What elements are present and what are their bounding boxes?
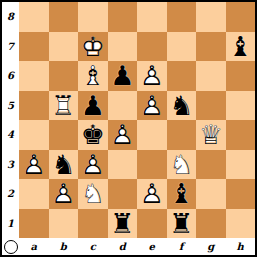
square-f3[interactable]: ♞♘ <box>167 150 197 180</box>
piece-white-pawn-b2: ♟♙ <box>49 179 79 209</box>
piece-black-pawn-c5: ♟ <box>78 91 108 121</box>
square-d7[interactable] <box>108 32 138 62</box>
piece-black-pawn-d6: ♟ <box>108 61 138 91</box>
file-label-e: e <box>137 238 167 255</box>
square-e1[interactable] <box>137 209 167 239</box>
square-b2[interactable]: ♟♙ <box>49 179 79 209</box>
piece-white-bishop-c6: ♝♗ <box>78 61 108 91</box>
square-b6[interactable] <box>49 61 79 91</box>
square-c6[interactable]: ♝♗ <box>78 61 108 91</box>
square-g1[interactable] <box>196 209 226 239</box>
rank-label-1: 1 <box>2 209 19 239</box>
file-label-g: g <box>196 238 226 255</box>
square-f2[interactable]: ♝ <box>167 179 197 209</box>
square-c4[interactable]: ♚ <box>78 120 108 150</box>
chess-diagram: ♚♔♝♝♗♟♟♙♜♖♟♟♙♞♚♟♙♛♕♟♙♞♟♙♞♘♟♙♞♘♟♙♝♜♜ 8765… <box>0 0 257 257</box>
square-b8[interactable] <box>49 2 79 32</box>
file-label-f: f <box>167 238 197 255</box>
square-c7[interactable]: ♚♔ <box>78 32 108 62</box>
square-g3[interactable] <box>196 150 226 180</box>
square-h1[interactable] <box>226 209 256 239</box>
square-h8[interactable] <box>226 2 256 32</box>
square-d2[interactable] <box>108 179 138 209</box>
square-h3[interactable] <box>226 150 256 180</box>
piece-black-bishop-f2: ♝ <box>167 179 197 209</box>
piece-white-pawn-e5: ♟♙ <box>137 91 167 121</box>
piece-white-rook-b5: ♜♖ <box>49 91 79 121</box>
square-h7[interactable]: ♝ <box>226 32 256 62</box>
square-a2[interactable] <box>19 179 49 209</box>
square-b3[interactable]: ♞ <box>49 150 79 180</box>
square-h6[interactable] <box>226 61 256 91</box>
square-e3[interactable] <box>137 150 167 180</box>
square-e7[interactable] <box>137 32 167 62</box>
square-f8[interactable] <box>167 2 197 32</box>
file-label-h: h <box>226 238 256 255</box>
piece-black-king-c4: ♚ <box>78 120 108 150</box>
square-f4[interactable] <box>167 120 197 150</box>
square-e2[interactable]: ♟♙ <box>137 179 167 209</box>
piece-white-pawn-d4: ♟♙ <box>108 120 138 150</box>
square-c8[interactable] <box>78 2 108 32</box>
rank-label-8: 8 <box>2 2 19 32</box>
piece-black-knight-b3: ♞ <box>49 150 79 180</box>
piece-white-pawn-a3: ♟♙ <box>19 150 49 180</box>
square-d3[interactable] <box>108 150 138 180</box>
square-e8[interactable] <box>137 2 167 32</box>
rank-label-6: 6 <box>2 61 19 91</box>
square-g4[interactable]: ♛♕ <box>196 120 226 150</box>
piece-white-pawn-e6: ♟♙ <box>137 61 167 91</box>
square-e5[interactable]: ♟♙ <box>137 91 167 121</box>
square-c3[interactable]: ♟♙ <box>78 150 108 180</box>
square-e6[interactable]: ♟♙ <box>137 61 167 91</box>
square-a6[interactable] <box>19 61 49 91</box>
square-d1[interactable]: ♜ <box>108 209 138 239</box>
rank-label-2: 2 <box>2 179 19 209</box>
square-c5[interactable]: ♟ <box>78 91 108 121</box>
white-to-move-icon <box>4 240 18 254</box>
square-g6[interactable] <box>196 61 226 91</box>
file-label-c: c <box>78 238 108 255</box>
piece-white-king-c7: ♚♔ <box>78 32 108 62</box>
square-d5[interactable] <box>108 91 138 121</box>
square-a3[interactable]: ♟♙ <box>19 150 49 180</box>
square-a4[interactable] <box>19 120 49 150</box>
square-h4[interactable] <box>226 120 256 150</box>
piece-white-queen-g4: ♛♕ <box>196 120 226 150</box>
file-label-d: d <box>108 238 138 255</box>
square-c2[interactable]: ♞♘ <box>78 179 108 209</box>
piece-black-rook-d1: ♜ <box>108 209 138 239</box>
square-g8[interactable] <box>196 2 226 32</box>
square-h5[interactable] <box>226 91 256 121</box>
square-a1[interactable] <box>19 209 49 239</box>
piece-white-pawn-e2: ♟♙ <box>137 179 167 209</box>
file-label-b: b <box>49 238 79 255</box>
square-g7[interactable] <box>196 32 226 62</box>
square-h2[interactable] <box>226 179 256 209</box>
square-a7[interactable] <box>19 32 49 62</box>
piece-white-knight-f3: ♞♘ <box>167 150 197 180</box>
rank-label-7: 7 <box>2 32 19 62</box>
square-f1[interactable]: ♜ <box>167 209 197 239</box>
square-f7[interactable] <box>167 32 197 62</box>
square-e4[interactable] <box>137 120 167 150</box>
square-b1[interactable] <box>49 209 79 239</box>
piece-black-bishop-h7: ♝ <box>226 32 256 62</box>
square-f5[interactable]: ♞ <box>167 91 197 121</box>
piece-white-pawn-c3: ♟♙ <box>78 150 108 180</box>
rank-label-5: 5 <box>2 91 19 121</box>
square-a5[interactable] <box>19 91 49 121</box>
piece-black-rook-f1: ♜ <box>167 209 197 239</box>
chess-board: ♚♔♝♝♗♟♟♙♜♖♟♟♙♞♚♟♙♛♕♟♙♞♟♙♞♘♟♙♞♘♟♙♝♜♜ <box>19 2 255 238</box>
rank-label-3: 3 <box>2 150 19 180</box>
square-g2[interactable] <box>196 179 226 209</box>
square-d6[interactable]: ♟ <box>108 61 138 91</box>
square-b4[interactable] <box>49 120 79 150</box>
piece-white-knight-c2: ♞♘ <box>78 179 108 209</box>
square-g5[interactable] <box>196 91 226 121</box>
square-b7[interactable] <box>49 32 79 62</box>
piece-black-knight-f5: ♞ <box>167 91 197 121</box>
rank-label-4: 4 <box>2 120 19 150</box>
square-b5[interactable]: ♜♖ <box>49 91 79 121</box>
square-d4[interactable]: ♟♙ <box>108 120 138 150</box>
square-c1[interactable] <box>78 209 108 239</box>
square-a8[interactable] <box>19 2 49 32</box>
file-label-a: a <box>19 238 49 255</box>
square-d8[interactable] <box>108 2 138 32</box>
square-f6[interactable] <box>167 61 197 91</box>
